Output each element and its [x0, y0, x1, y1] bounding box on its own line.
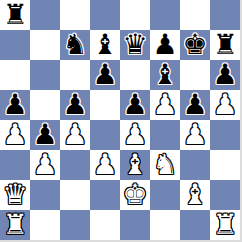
square-b2[interactable]: [30, 180, 60, 210]
piece-white-pawn[interactable]: ♟: [152, 91, 177, 119]
piece-white-pawn[interactable]: ♟: [62, 121, 87, 149]
chess-board: ♜♞♝♛♟♚♜♟♝♟♟♟♟♟♟♟♟♟♟♟♟♟♟♝♞♛♚♝♜♜: [0, 0, 242, 242]
square-a2[interactable]: ♛: [0, 180, 30, 210]
square-b7[interactable]: [30, 30, 60, 60]
square-f1[interactable]: [150, 210, 180, 240]
piece-black-pawn[interactable]: ♟: [212, 61, 237, 89]
square-b4[interactable]: ♟: [30, 120, 60, 150]
square-a3[interactable]: [0, 150, 30, 180]
square-d8[interactable]: [90, 0, 120, 30]
piece-white-rook[interactable]: ♜: [2, 211, 27, 239]
square-h2[interactable]: [210, 180, 240, 210]
square-f6[interactable]: ♝: [150, 60, 180, 90]
square-d3[interactable]: ♟: [90, 150, 120, 180]
piece-white-pawn[interactable]: ♟: [2, 121, 27, 149]
square-d6[interactable]: ♟: [90, 60, 120, 90]
square-d7[interactable]: ♝: [90, 30, 120, 60]
square-e7[interactable]: ♛: [120, 30, 150, 60]
square-h4[interactable]: [210, 120, 240, 150]
piece-white-pawn[interactable]: ♟: [92, 151, 117, 179]
square-f5[interactable]: ♟: [150, 90, 180, 120]
square-g8[interactable]: [180, 0, 210, 30]
piece-white-pawn[interactable]: ♟: [122, 121, 147, 149]
square-h8[interactable]: [210, 0, 240, 30]
square-d5[interactable]: [90, 90, 120, 120]
square-f4[interactable]: [150, 120, 180, 150]
piece-white-king[interactable]: ♚: [122, 181, 147, 209]
square-c4[interactable]: ♟: [60, 120, 90, 150]
square-f8[interactable]: [150, 0, 180, 30]
square-a5[interactable]: ♟: [0, 90, 30, 120]
square-h6[interactable]: ♟: [210, 60, 240, 90]
piece-white-knight[interactable]: ♞: [152, 151, 177, 179]
square-c7[interactable]: ♞: [60, 30, 90, 60]
square-b8[interactable]: [30, 0, 60, 30]
square-c6[interactable]: [60, 60, 90, 90]
piece-white-pawn[interactable]: ♟: [212, 91, 237, 119]
square-c1[interactable]: [60, 210, 90, 240]
square-g3[interactable]: [180, 150, 210, 180]
piece-black-pawn[interactable]: ♟: [2, 91, 27, 119]
square-c2[interactable]: [60, 180, 90, 210]
square-g6[interactable]: [180, 60, 210, 90]
piece-black-rook[interactable]: ♜: [212, 31, 237, 59]
square-a6[interactable]: [0, 60, 30, 90]
piece-black-bishop[interactable]: ♝: [152, 61, 177, 89]
square-c5[interactable]: ♟: [60, 90, 90, 120]
square-h3[interactable]: [210, 150, 240, 180]
square-b1[interactable]: [30, 210, 60, 240]
square-e8[interactable]: [120, 0, 150, 30]
piece-white-pawn[interactable]: ♟: [182, 121, 207, 149]
square-d4[interactable]: [90, 120, 120, 150]
piece-black-bishop[interactable]: ♝: [92, 31, 117, 59]
square-e6[interactable]: [120, 60, 150, 90]
square-f7[interactable]: ♟: [150, 30, 180, 60]
square-c3[interactable]: [60, 150, 90, 180]
piece-white-bishop[interactable]: ♝: [182, 181, 207, 209]
piece-black-pawn[interactable]: ♟: [122, 91, 147, 119]
square-h1[interactable]: ♜: [210, 210, 240, 240]
square-e1[interactable]: [120, 210, 150, 240]
square-a8[interactable]: ♜: [0, 0, 30, 30]
square-e2[interactable]: ♚: [120, 180, 150, 210]
square-b3[interactable]: ♟: [30, 150, 60, 180]
piece-white-rook[interactable]: ♜: [212, 211, 237, 239]
square-a1[interactable]: ♜: [0, 210, 30, 240]
square-h7[interactable]: ♜: [210, 30, 240, 60]
piece-black-pawn[interactable]: ♟: [32, 121, 57, 149]
square-g4[interactable]: ♟: [180, 120, 210, 150]
square-a4[interactable]: ♟: [0, 120, 30, 150]
square-f3[interactable]: ♞: [150, 150, 180, 180]
piece-black-rook[interactable]: ♜: [2, 1, 27, 29]
square-g1[interactable]: [180, 210, 210, 240]
square-g2[interactable]: ♝: [180, 180, 210, 210]
square-d2[interactable]: [90, 180, 120, 210]
square-f2[interactable]: [150, 180, 180, 210]
square-c8[interactable]: [60, 0, 90, 30]
piece-black-pawn[interactable]: ♟: [92, 61, 117, 89]
square-e3[interactable]: ♝: [120, 150, 150, 180]
square-b5[interactable]: [30, 90, 60, 120]
piece-black-knight[interactable]: ♞: [62, 31, 87, 59]
square-e5[interactable]: ♟: [120, 90, 150, 120]
piece-black-pawn[interactable]: ♟: [62, 91, 87, 119]
square-h5[interactable]: ♟: [210, 90, 240, 120]
square-a7[interactable]: [0, 30, 30, 60]
square-d1[interactable]: [90, 210, 120, 240]
square-b6[interactable]: [30, 60, 60, 90]
piece-black-pawn[interactable]: ♟: [152, 31, 177, 59]
square-e4[interactable]: ♟: [120, 120, 150, 150]
square-g7[interactable]: ♚: [180, 30, 210, 60]
piece-black-queen[interactable]: ♛: [122, 31, 147, 59]
piece-black-king[interactable]: ♚: [182, 31, 207, 59]
piece-white-pawn[interactable]: ♟: [32, 151, 57, 179]
piece-white-bishop[interactable]: ♝: [122, 151, 147, 179]
square-g5[interactable]: ♟: [180, 90, 210, 120]
piece-black-pawn[interactable]: ♟: [182, 91, 207, 119]
piece-white-queen[interactable]: ♛: [2, 181, 27, 209]
